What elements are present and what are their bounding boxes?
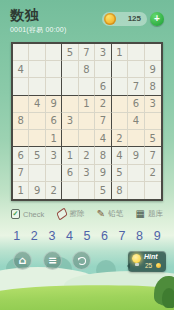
cell-r1c1[interactable] <box>13 44 29 61</box>
cell-r1c2[interactable] <box>29 44 45 61</box>
cell-r4c2[interactable]: 4 <box>29 96 45 113</box>
cell-r7c3[interactable]: 3 <box>46 147 62 164</box>
bank-label: 题库 <box>148 209 163 219</box>
cell-r7c5[interactable]: 2 <box>79 147 95 164</box>
cell-r4c1[interactable] <box>13 96 29 113</box>
check-button[interactable]: ✓ Check <box>11 209 44 219</box>
erase-label: 擦除 <box>70 209 85 219</box>
bush <box>162 288 174 308</box>
cell-r4c4[interactable] <box>62 96 78 113</box>
cell-r7c2[interactable]: 5 <box>29 147 45 164</box>
home-icon: ⌂ <box>19 255 27 266</box>
numpad-8[interactable]: 8 <box>133 229 147 243</box>
menu-button[interactable]: ≡ <box>43 251 62 270</box>
restart-button[interactable] <box>72 251 91 270</box>
coin-count: 125 <box>128 12 141 26</box>
list-icon: ≡ <box>48 255 57 266</box>
check-label: Check <box>23 210 44 219</box>
cell-r8c4[interactable]: 6 <box>62 165 78 182</box>
puzzle-bank-button[interactable]: ▦ 题库 <box>136 209 163 219</box>
erase-button[interactable]: 擦除 <box>57 209 85 219</box>
cell-r4c3[interactable]: 9 <box>46 96 62 113</box>
numpad-4[interactable]: 4 <box>62 229 76 243</box>
coin-counter: 125 <box>102 12 147 26</box>
app-screen: 数独 0001(容易 00:00) 125 + 5731489678491263… <box>0 0 174 310</box>
cell-r2c9[interactable]: 9 <box>145 61 161 78</box>
check-icon: ✓ <box>11 209 20 219</box>
cell-r7c1[interactable]: 6 <box>13 147 29 164</box>
cell-r5c3[interactable]: 6 <box>46 113 62 130</box>
eraser-icon <box>56 207 67 220</box>
cell-r8c9[interactable]: 2 <box>145 165 161 182</box>
cell-r6c5[interactable] <box>79 130 95 147</box>
cell-r9c3[interactable]: 2 <box>46 182 62 199</box>
cell-r5c5[interactable] <box>79 113 95 130</box>
cell-r9c2[interactable]: 9 <box>29 182 45 199</box>
cell-r4c5[interactable]: 1 <box>79 96 95 113</box>
cell-r2c3[interactable] <box>46 61 62 78</box>
cell-r3c2[interactable] <box>29 78 45 95</box>
cell-r3c5[interactable] <box>79 78 95 95</box>
cell-r3c1[interactable] <box>13 78 29 95</box>
cell-r9c6[interactable]: 5 <box>95 182 111 199</box>
cell-r1c7[interactable]: 1 <box>112 44 128 61</box>
cell-r1c6[interactable]: 3 <box>95 44 111 61</box>
cell-r9c7[interactable]: 8 <box>112 182 128 199</box>
cell-r2c2[interactable] <box>29 61 45 78</box>
home-button[interactable]: ⌂ <box>13 251 32 270</box>
cell-r8c3[interactable] <box>46 165 62 182</box>
cell-r4c8[interactable]: 6 <box>128 96 144 113</box>
pencil-button[interactable]: ✎ 铅笔 <box>97 209 123 219</box>
cell-r3c9[interactable]: 8 <box>145 78 161 95</box>
cell-r7c7[interactable]: 4 <box>112 147 128 164</box>
cell-r9c1[interactable]: 1 <box>13 182 29 199</box>
hint-cost: 25 <box>145 262 152 269</box>
numpad-6[interactable]: 6 <box>98 229 112 243</box>
cell-r3c6[interactable]: 6 <box>95 78 111 95</box>
page-title: 数独 <box>10 7 40 25</box>
cell-r7c4[interactable]: 1 <box>62 147 78 164</box>
numpad-1[interactable]: 1 <box>10 229 24 243</box>
cell-r6c2[interactable] <box>29 130 45 147</box>
cell-r9c9[interactable] <box>145 182 161 199</box>
cell-r9c8[interactable] <box>128 182 144 199</box>
number-pad: 123456789 <box>8 228 166 244</box>
numpad-7[interactable]: 7 <box>115 229 129 243</box>
cell-r6c4[interactable] <box>62 130 78 147</box>
hint-button[interactable]: Hint 25 <box>128 251 166 272</box>
cell-r2c8[interactable] <box>128 61 144 78</box>
cell-r1c9[interactable] <box>145 44 161 61</box>
cell-r5c8[interactable]: 4 <box>128 113 144 130</box>
grass-hill <box>0 282 174 310</box>
cell-r8c6[interactable]: 9 <box>95 165 111 182</box>
cell-r1c8[interactable] <box>128 44 144 61</box>
sudoku-grid[interactable]: 5731489678491263863741425653128497763952… <box>11 42 163 201</box>
numpad-2[interactable]: 2 <box>27 229 41 243</box>
hint-label: Hint <box>144 253 158 260</box>
cell-r3c8[interactable]: 7 <box>128 78 144 95</box>
cell-r5c6[interactable]: 7 <box>95 113 111 130</box>
cell-r8c5[interactable]: 3 <box>79 165 95 182</box>
numpad-9[interactable]: 9 <box>150 229 164 243</box>
cell-r6c1[interactable] <box>13 130 29 147</box>
numpad-5[interactable]: 5 <box>80 229 94 243</box>
cell-r4c6[interactable]: 2 <box>95 96 111 113</box>
refresh-icon <box>78 257 86 265</box>
cell-r6c8[interactable] <box>128 130 144 147</box>
cell-r5c9[interactable] <box>145 113 161 130</box>
cell-r6c9[interactable]: 5 <box>145 130 161 147</box>
cell-r8c7[interactable]: 5 <box>112 165 128 182</box>
numpad-3[interactable]: 3 <box>45 229 59 243</box>
cell-r2c6[interactable] <box>95 61 111 78</box>
pencil-icon: ✎ <box>97 209 105 219</box>
cell-r2c4[interactable] <box>62 61 78 78</box>
cell-r1c5[interactable]: 7 <box>79 44 95 61</box>
coin-icon <box>104 13 116 25</box>
cell-r9c5[interactable] <box>79 182 95 199</box>
cell-r1c3[interactable] <box>46 44 62 61</box>
cell-r3c7[interactable] <box>112 78 128 95</box>
toolbar: ✓ Check 擦除 ✎ 铅笔 ▦ 题库 <box>11 206 163 222</box>
cell-r8c1[interactable]: 7 <box>13 165 29 182</box>
cell-r7c8[interactable]: 9 <box>128 147 144 164</box>
cell-r4c7[interactable] <box>112 96 128 113</box>
lightbulb-icon <box>132 254 141 263</box>
grid-icon: ▦ <box>136 209 145 219</box>
cell-r5c4[interactable]: 3 <box>62 113 78 130</box>
pencil-label: 铅笔 <box>108 209 123 219</box>
coin-icon <box>156 263 161 268</box>
cell-r7c6[interactable]: 8 <box>95 147 111 164</box>
cell-r6c3[interactable]: 1 <box>46 130 62 147</box>
cell-r8c2[interactable] <box>29 165 45 182</box>
cell-r9c4[interactable] <box>62 182 78 199</box>
cell-r5c2[interactable] <box>29 113 45 130</box>
cell-r5c7[interactable] <box>112 113 128 130</box>
puzzle-info: 0001(容易 00:00) <box>10 25 67 35</box>
cell-r3c3[interactable] <box>46 78 62 95</box>
cell-r4c9[interactable]: 3 <box>145 96 161 113</box>
cell-r2c7[interactable] <box>112 61 128 78</box>
cell-r2c5[interactable]: 8 <box>79 61 95 78</box>
cell-r1c4[interactable]: 5 <box>62 44 78 61</box>
add-coins-button[interactable]: + <box>150 12 164 26</box>
cell-r8c8[interactable] <box>128 165 144 182</box>
cell-r3c4[interactable] <box>62 78 78 95</box>
cell-r5c1[interactable]: 8 <box>13 113 29 130</box>
cell-r6c6[interactable]: 4 <box>95 130 111 147</box>
cell-r7c9[interactable]: 7 <box>145 147 161 164</box>
cell-r6c7[interactable]: 2 <box>112 130 128 147</box>
cell-r2c1[interactable]: 4 <box>13 61 29 78</box>
